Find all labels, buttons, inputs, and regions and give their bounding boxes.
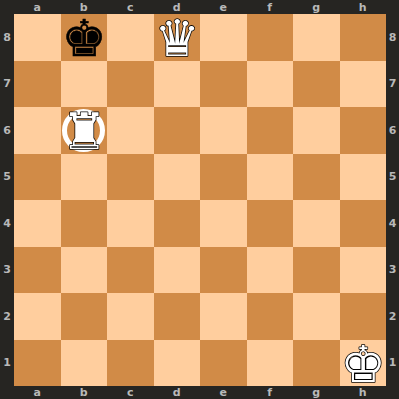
square-f2[interactable] [247, 293, 294, 340]
square-d2[interactable] [154, 293, 201, 340]
square-e6[interactable] [200, 107, 247, 154]
file-label-a: a [14, 0, 61, 14]
rank-label-3: 3 [0, 247, 14, 294]
rank-label-1: 1 [386, 340, 399, 387]
rank-label-5: 5 [0, 154, 14, 201]
rank-label-1: 1 [0, 340, 14, 387]
rank-label-4: 4 [0, 200, 14, 247]
square-g7[interactable] [293, 61, 340, 108]
file-label-e: e [200, 386, 247, 399]
file-label-g: g [293, 386, 340, 399]
square-d7[interactable] [154, 61, 201, 108]
square-d4[interactable] [154, 200, 201, 247]
square-a1[interactable] [14, 340, 61, 387]
square-a6[interactable] [14, 107, 61, 154]
square-d3[interactable] [154, 247, 201, 294]
square-a3[interactable] [14, 247, 61, 294]
file-label-h: h [340, 0, 387, 14]
file-labels-bottom: abcdefgh [14, 386, 386, 399]
file-label-c: c [107, 0, 154, 14]
square-f4[interactable] [247, 200, 294, 247]
square-h4[interactable] [340, 200, 387, 247]
square-f6[interactable] [247, 107, 294, 154]
svg-text:♚: ♚ [61, 14, 106, 61]
file-label-a: a [14, 386, 61, 399]
square-a7[interactable] [14, 61, 61, 108]
svg-text:♚: ♚ [340, 340, 385, 387]
square-f5[interactable] [247, 154, 294, 201]
square-b3[interactable] [61, 247, 108, 294]
rank-label-8: 8 [386, 14, 399, 61]
chess-board-frame: abcdefgh abcdefgh 87654321 87654321 ♚♛♜♚ [0, 0, 399, 399]
rank-labels-right: 87654321 [386, 14, 399, 386]
square-h6[interactable] [340, 107, 387, 154]
square-b4[interactable] [61, 200, 108, 247]
white-queen[interactable]: ♛ [154, 14, 201, 61]
square-d6[interactable] [154, 107, 201, 154]
file-label-h: h [340, 386, 387, 399]
square-b1[interactable] [61, 340, 108, 387]
square-e2[interactable] [200, 293, 247, 340]
file-label-f: f [247, 386, 294, 399]
file-labels-top: abcdefgh [14, 0, 386, 14]
square-d8[interactable]: ♛ [154, 14, 201, 61]
square-g3[interactable] [293, 247, 340, 294]
square-d1[interactable] [154, 340, 201, 387]
file-label-g: g [293, 0, 340, 14]
rank-label-7: 7 [0, 61, 14, 108]
rank-label-7: 7 [386, 61, 399, 108]
square-h8[interactable] [340, 14, 387, 61]
square-b7[interactable] [61, 61, 108, 108]
square-f3[interactable] [247, 247, 294, 294]
rank-label-8: 8 [0, 14, 14, 61]
square-g6[interactable] [293, 107, 340, 154]
rank-label-3: 3 [386, 247, 399, 294]
file-label-c: c [107, 386, 154, 399]
file-label-d: d [154, 0, 201, 14]
square-b2[interactable] [61, 293, 108, 340]
square-h5[interactable] [340, 154, 387, 201]
rank-label-4: 4 [386, 200, 399, 247]
square-e8[interactable] [200, 14, 247, 61]
rank-label-5: 5 [386, 154, 399, 201]
square-c8[interactable] [107, 14, 154, 61]
square-d5[interactable] [154, 154, 201, 201]
square-c3[interactable] [107, 247, 154, 294]
svg-text:♛: ♛ [154, 14, 199, 61]
chess-board[interactable]: ♚♛♜♚ [14, 14, 386, 386]
square-g2[interactable] [293, 293, 340, 340]
white-rook[interactable]: ♜ [61, 107, 108, 154]
file-label-e: e [200, 0, 247, 14]
square-f7[interactable] [247, 61, 294, 108]
square-b6[interactable]: ♜ [61, 107, 108, 154]
file-label-d: d [154, 386, 201, 399]
square-f1[interactable] [247, 340, 294, 387]
square-b5[interactable] [61, 154, 108, 201]
square-h3[interactable] [340, 247, 387, 294]
square-b8[interactable]: ♚ [61, 14, 108, 61]
white-king[interactable]: ♚ [340, 340, 387, 387]
square-h2[interactable] [340, 293, 387, 340]
square-c1[interactable] [107, 340, 154, 387]
rank-label-2: 2 [0, 293, 14, 340]
square-f8[interactable] [247, 14, 294, 61]
square-h1[interactable]: ♚ [340, 340, 387, 387]
square-e4[interactable] [200, 200, 247, 247]
square-c6[interactable] [107, 107, 154, 154]
square-a4[interactable] [14, 200, 61, 247]
rank-label-6: 6 [0, 107, 14, 154]
svg-text:♜: ♜ [61, 107, 106, 154]
square-a8[interactable] [14, 14, 61, 61]
rank-label-6: 6 [386, 107, 399, 154]
square-g8[interactable] [293, 14, 340, 61]
square-g4[interactable] [293, 200, 340, 247]
square-a2[interactable] [14, 293, 61, 340]
square-e5[interactable] [200, 154, 247, 201]
square-g5[interactable] [293, 154, 340, 201]
square-c5[interactable] [107, 154, 154, 201]
square-c7[interactable] [107, 61, 154, 108]
black-king[interactable]: ♚ [61, 14, 108, 61]
square-g1[interactable] [293, 340, 340, 387]
square-a5[interactable] [14, 154, 61, 201]
file-label-f: f [247, 0, 294, 14]
file-label-b: b [61, 386, 108, 399]
square-c2[interactable] [107, 293, 154, 340]
square-e3[interactable] [200, 247, 247, 294]
square-c4[interactable] [107, 200, 154, 247]
square-e1[interactable] [200, 340, 247, 387]
rank-labels-left: 87654321 [0, 14, 14, 386]
rank-label-2: 2 [386, 293, 399, 340]
square-e7[interactable] [200, 61, 247, 108]
file-label-b: b [61, 0, 108, 14]
square-h7[interactable] [340, 61, 387, 108]
